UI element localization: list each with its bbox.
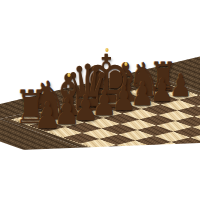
piece-dark-pawn-a7[interactable]: ♟ xyxy=(33,97,63,134)
photo-crop-edge xyxy=(0,141,200,200)
chess-set-photo: ♜♞♝♛♚♝♞♜♟♟♟♟♟♟♟♟ xyxy=(0,0,200,200)
